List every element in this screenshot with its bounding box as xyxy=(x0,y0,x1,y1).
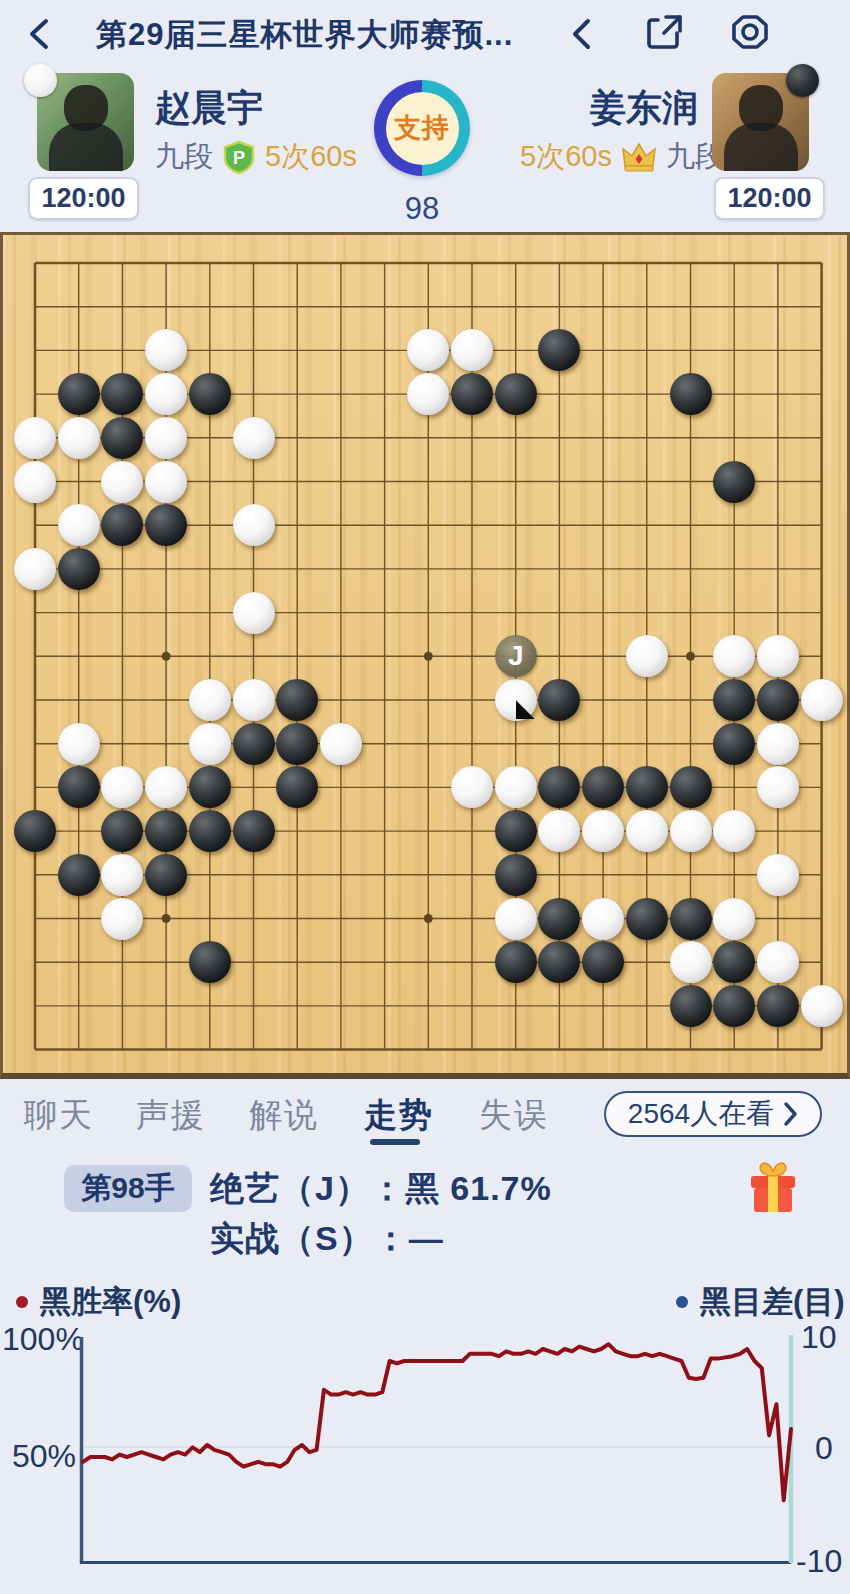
stone-black xyxy=(189,373,231,415)
tab-trend[interactable]: 走势 xyxy=(364,1094,434,1136)
stone-white xyxy=(233,592,275,634)
stone-black xyxy=(145,810,187,852)
stone-black xyxy=(58,766,100,808)
stone-white xyxy=(320,723,362,765)
stone-white xyxy=(101,461,143,503)
svg-text:P: P xyxy=(233,148,245,168)
tab-chat[interactable]: 聊天 xyxy=(24,1094,94,1136)
stone-white xyxy=(451,329,493,371)
stone-white xyxy=(757,635,799,677)
stone-white xyxy=(757,941,799,983)
stone-black xyxy=(713,941,755,983)
stone-white xyxy=(145,329,187,371)
stone-black xyxy=(670,766,712,808)
page-title: 第29届三星杯世界大师赛预... xyxy=(96,14,513,56)
stone-black xyxy=(276,679,318,721)
support-label: 支持 xyxy=(386,92,459,165)
stone-white xyxy=(757,766,799,808)
tab-cheer[interactable]: 声援 xyxy=(136,1094,206,1136)
go-board[interactable]: J xyxy=(0,232,850,1079)
stone-black xyxy=(276,766,318,808)
stone-black xyxy=(101,504,143,546)
stone-black xyxy=(189,941,231,983)
stone-white xyxy=(58,417,100,459)
stone-white xyxy=(626,810,668,852)
stone-white xyxy=(495,898,537,940)
stone-black xyxy=(538,329,580,371)
stone-black xyxy=(495,941,537,983)
stone-black xyxy=(189,810,231,852)
stone-black xyxy=(233,723,275,765)
ai-suggestion-stone: J xyxy=(495,635,537,677)
stone-black xyxy=(495,810,537,852)
stone-black xyxy=(495,854,537,896)
stone-black xyxy=(58,548,100,590)
stone-white xyxy=(101,854,143,896)
support-count: 98 xyxy=(374,191,470,227)
stone-white xyxy=(582,810,624,852)
stone-black xyxy=(451,373,493,415)
stone-white xyxy=(407,373,449,415)
left-player-name: 赵晨宇 xyxy=(155,84,263,133)
stone-black xyxy=(757,679,799,721)
stone-black xyxy=(58,373,100,415)
active-tab-underline xyxy=(370,1139,420,1145)
stone-black xyxy=(713,461,755,503)
share-icon[interactable] xyxy=(643,10,687,54)
chevron-right-icon xyxy=(782,1101,798,1127)
stone-black xyxy=(101,810,143,852)
stones-layer: J xyxy=(3,235,847,1073)
left-time-control: 5次60s xyxy=(265,137,357,177)
stone-white xyxy=(233,417,275,459)
collapse-chevron-icon[interactable] xyxy=(560,12,604,56)
stone-black xyxy=(189,766,231,808)
stone-black xyxy=(757,985,799,1027)
stone-white xyxy=(101,766,143,808)
stone-black xyxy=(538,766,580,808)
stone-black xyxy=(538,941,580,983)
left-player-info: 九段 P 5次60s xyxy=(155,141,357,173)
stone-black xyxy=(670,898,712,940)
stone-black xyxy=(495,373,537,415)
stone-white xyxy=(14,548,56,590)
right-time-control: 5次60s xyxy=(520,137,612,177)
back-button[interactable] xyxy=(18,12,62,56)
viewers-button[interactable]: 2564人在看 xyxy=(604,1091,822,1137)
stone-white xyxy=(145,461,187,503)
stone-white xyxy=(58,504,100,546)
stone-white xyxy=(14,417,56,459)
stone-white xyxy=(757,723,799,765)
stone-white xyxy=(407,329,449,371)
stone-white xyxy=(145,373,187,415)
stone-black xyxy=(538,679,580,721)
stone-white xyxy=(14,461,56,503)
stone-black xyxy=(626,898,668,940)
stone-black xyxy=(582,941,624,983)
stone-black xyxy=(538,898,580,940)
gift-icon[interactable] xyxy=(746,1160,800,1220)
stone-white xyxy=(145,766,187,808)
stone-white xyxy=(757,854,799,896)
stone-white xyxy=(713,898,755,940)
left-player-clock: 120:00 xyxy=(28,177,139,220)
stone-white xyxy=(801,985,843,1027)
stone-white xyxy=(626,635,668,677)
stone-white xyxy=(101,898,143,940)
tab-commentary[interactable]: 解说 xyxy=(249,1094,319,1136)
stone-white xyxy=(538,810,580,852)
stone-white xyxy=(58,723,100,765)
stone-white xyxy=(801,679,843,721)
support-button[interactable]: 支持 xyxy=(374,80,470,176)
right-player-info: 5次60s 九段 xyxy=(520,141,724,173)
black-stone-badge xyxy=(786,64,819,97)
stone-white xyxy=(670,941,712,983)
viewers-count: 2564人在看 xyxy=(628,1095,774,1133)
crown-icon xyxy=(621,140,657,174)
stone-black xyxy=(101,417,143,459)
stone-white xyxy=(670,810,712,852)
left-avatar-shoulders xyxy=(49,123,123,171)
stone-black xyxy=(713,679,755,721)
move-number-badge: 第98手 xyxy=(64,1165,192,1212)
stone-black xyxy=(58,854,100,896)
stone-white xyxy=(233,504,275,546)
last-move-marker xyxy=(516,700,535,719)
settings-icon[interactable] xyxy=(728,10,772,54)
stone-black xyxy=(670,985,712,1027)
right-player-name: 姜东润 xyxy=(590,84,698,133)
stone-white xyxy=(582,898,624,940)
stone-black xyxy=(145,504,187,546)
stone-black xyxy=(101,373,143,415)
left-player-rank: 九段 xyxy=(155,137,213,177)
stone-black xyxy=(145,854,187,896)
stone-black xyxy=(233,810,275,852)
stone-white xyxy=(495,766,537,808)
stone-white xyxy=(145,417,187,459)
stone-white xyxy=(713,635,755,677)
stone-black xyxy=(626,766,668,808)
tab-mistakes[interactable]: 失误 xyxy=(479,1094,549,1136)
winrate-chart xyxy=(0,1250,850,1594)
right-player-clock: 120:00 xyxy=(714,177,825,220)
stone-white xyxy=(451,766,493,808)
p-shield-icon: P xyxy=(222,140,256,174)
white-stone-badge xyxy=(24,64,57,97)
stone-black xyxy=(670,373,712,415)
right-avatar-shoulders xyxy=(724,123,798,171)
stone-white xyxy=(189,723,231,765)
stone-white xyxy=(495,679,537,721)
stone-white xyxy=(233,679,275,721)
winrate-line xyxy=(83,1344,791,1500)
stone-black xyxy=(276,723,318,765)
stone-black xyxy=(582,766,624,808)
stone-black xyxy=(713,723,755,765)
stone-white xyxy=(189,679,231,721)
stone-black xyxy=(14,810,56,852)
stone-black xyxy=(713,985,755,1027)
stone-white xyxy=(713,810,755,852)
ai-eval-text: 绝艺（J）：黑 61.7% xyxy=(210,1165,552,1212)
